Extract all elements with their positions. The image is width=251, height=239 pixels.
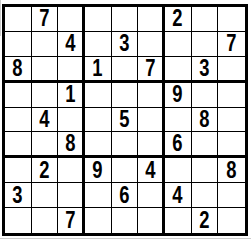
sudoku-cell-r8c6[interactable] — [138, 183, 165, 208]
cell-digit: 3 — [199, 57, 209, 80]
sudoku-cell-r3c3[interactable] — [58, 57, 85, 83]
sudoku-cell-r5c9[interactable] — [218, 108, 245, 133]
cell-digit: 5 — [119, 108, 129, 131]
sudoku-cell-r1c5[interactable] — [112, 7, 139, 32]
sudoku-cell-r3c8[interactable]: 3 — [192, 57, 219, 83]
sudoku-cell-r3c4[interactable]: 1 — [85, 57, 112, 83]
sudoku-cell-r7c4[interactable]: 9 — [85, 158, 112, 183]
sudoku-cell-r9c5[interactable] — [112, 208, 139, 233]
sudoku-cell-r1c8[interactable] — [192, 7, 219, 32]
cell-digit: 2 — [199, 209, 209, 232]
cell-digit: 7 — [65, 209, 75, 232]
sudoku-cell-r7c6[interactable]: 4 — [138, 158, 165, 183]
sudoku-cell-r6c9[interactable] — [218, 132, 245, 158]
sudoku-cell-r4c2[interactable] — [32, 83, 59, 108]
cell-digit: 8 — [13, 57, 23, 80]
cell-digit: 4 — [173, 184, 183, 207]
sudoku-cell-r6c8[interactable] — [192, 132, 219, 158]
sudoku-cell-r9c4[interactable] — [85, 208, 112, 233]
sudoku-cell-r9c2[interactable] — [32, 208, 59, 233]
cell-digit: 6 — [119, 184, 129, 207]
sudoku-cell-r2c9[interactable]: 7 — [218, 32, 245, 57]
sudoku-cell-r5c3[interactable] — [58, 108, 85, 133]
cell-digit: 2 — [39, 159, 49, 182]
sudoku-cell-r3c7[interactable] — [165, 57, 192, 83]
sudoku-cell-r9c7[interactable] — [165, 208, 192, 233]
sudoku-cell-r2c8[interactable] — [192, 32, 219, 57]
sudoku-cell-r1c9[interactable] — [218, 7, 245, 32]
sudoku-cell-r9c8[interactable]: 2 — [192, 208, 219, 233]
sudoku-screen: 7243781731945886294836472 — [0, 0, 251, 239]
sudoku-cell-r4c6[interactable] — [138, 83, 165, 108]
sudoku-cell-r2c3[interactable]: 4 — [58, 32, 85, 57]
sudoku-cell-r7c7[interactable] — [165, 158, 192, 183]
sudoku-cell-r1c3[interactable] — [58, 7, 85, 32]
sudoku-cell-r8c5[interactable]: 6 — [112, 183, 139, 208]
cell-digit: 2 — [173, 7, 183, 30]
sudoku-cell-r4c7[interactable]: 9 — [165, 83, 192, 108]
sudoku-cell-r7c5[interactable] — [112, 158, 139, 183]
sudoku-cell-r1c1[interactable] — [5, 7, 32, 32]
sudoku-cell-r3c1[interactable]: 8 — [5, 57, 32, 83]
sudoku-cell-r1c2[interactable]: 7 — [32, 7, 59, 32]
sudoku-cell-r3c5[interactable] — [112, 57, 139, 83]
sudoku-cell-r7c3[interactable] — [58, 158, 85, 183]
sudoku-cell-r8c1[interactable]: 3 — [5, 183, 32, 208]
sudoku-cell-r8c8[interactable] — [192, 183, 219, 208]
sudoku-cell-r6c6[interactable] — [138, 132, 165, 158]
sudoku-cell-r6c7[interactable]: 6 — [165, 132, 192, 158]
sudoku-cell-r5c7[interactable] — [165, 108, 192, 133]
sudoku-cell-r1c6[interactable] — [138, 7, 165, 32]
sudoku-board: 7243781731945886294836472 — [2, 4, 248, 236]
page-edge-bottom — [0, 238, 251, 239]
sudoku-cell-r5c8[interactable]: 8 — [192, 108, 219, 133]
sudoku-cell-r7c8[interactable] — [192, 158, 219, 183]
sudoku-cell-r7c9[interactable]: 8 — [218, 158, 245, 183]
cell-digit: 1 — [65, 83, 75, 106]
sudoku-cell-r2c2[interactable] — [32, 32, 59, 57]
sudoku-cell-r5c1[interactable] — [5, 108, 32, 133]
cell-digit: 7 — [39, 7, 49, 30]
cell-digit: 4 — [145, 159, 155, 182]
sudoku-cell-r2c1[interactable] — [5, 32, 32, 57]
cell-digit: 3 — [13, 184, 23, 207]
sudoku-cell-r1c4[interactable] — [85, 7, 112, 32]
sudoku-cell-r9c6[interactable] — [138, 208, 165, 233]
sudoku-cell-r8c9[interactable] — [218, 183, 245, 208]
sudoku-cell-r9c9[interactable] — [218, 208, 245, 233]
cell-digit: 9 — [173, 83, 183, 106]
sudoku-cell-r6c3[interactable]: 8 — [58, 132, 85, 158]
sudoku-cell-r5c6[interactable] — [138, 108, 165, 133]
sudoku-cell-r4c8[interactable] — [192, 83, 219, 108]
cell-digit: 1 — [93, 57, 103, 80]
sudoku-cell-r2c5[interactable]: 3 — [112, 32, 139, 57]
cell-digit: 4 — [39, 108, 49, 131]
sudoku-cell-r5c5[interactable]: 5 — [112, 108, 139, 133]
sudoku-cell-r7c2[interactable]: 2 — [32, 158, 59, 183]
sudoku-cell-r2c6[interactable] — [138, 32, 165, 57]
page-edge-left — [0, 0, 1, 36]
sudoku-cell-r3c2[interactable] — [32, 57, 59, 83]
sudoku-cell-r8c4[interactable] — [85, 183, 112, 208]
sudoku-cell-r8c7[interactable]: 4 — [165, 183, 192, 208]
cell-digit: 7 — [145, 57, 155, 80]
sudoku-cell-r6c4[interactable] — [85, 132, 112, 158]
cell-digit: 4 — [65, 32, 75, 55]
cell-digit: 3 — [119, 32, 129, 55]
cell-digit: 8 — [199, 108, 209, 131]
sudoku-cell-r4c9[interactable] — [218, 83, 245, 108]
sudoku-cell-r9c1[interactable] — [5, 208, 32, 233]
cell-digit: 9 — [93, 159, 103, 182]
sudoku-cell-r6c1[interactable] — [5, 132, 32, 158]
cell-digit: 6 — [173, 132, 183, 155]
sudoku-cell-r5c2[interactable]: 4 — [32, 108, 59, 133]
sudoku-cell-r4c5[interactable] — [112, 83, 139, 108]
sudoku-cell-r1c7[interactable]: 2 — [165, 7, 192, 32]
sudoku-cell-r2c4[interactable] — [85, 32, 112, 57]
sudoku-cell-r8c3[interactable] — [58, 183, 85, 208]
sudoku-cell-r5c4[interactable] — [85, 108, 112, 133]
sudoku-cell-r4c4[interactable] — [85, 83, 112, 108]
sudoku-cell-r3c6[interactable]: 7 — [138, 57, 165, 83]
cell-digit: 8 — [227, 159, 237, 182]
sudoku-cell-r8c2[interactable] — [32, 183, 59, 208]
cell-digit: 8 — [65, 132, 75, 155]
sudoku-cell-r9c3[interactable]: 7 — [58, 208, 85, 233]
sudoku-cell-r3c9[interactable] — [218, 57, 245, 83]
sudoku-cell-r4c1[interactable] — [5, 83, 32, 108]
sudoku-cell-r6c5[interactable] — [112, 132, 139, 158]
sudoku-cell-r6c2[interactable] — [32, 132, 59, 158]
cell-digit: 7 — [227, 32, 237, 55]
sudoku-cell-r4c3[interactable]: 1 — [58, 83, 85, 108]
sudoku-cell-r7c1[interactable] — [5, 158, 32, 183]
sudoku-cell-r2c7[interactable] — [165, 32, 192, 57]
